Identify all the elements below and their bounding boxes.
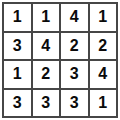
number-grid-board: 1141342212343331 <box>2 2 118 118</box>
cell-r2c3: 2 <box>61 33 88 60</box>
cell-r2c4: 2 <box>90 33 117 60</box>
cell-r1c1: 1 <box>4 4 31 31</box>
cell-r3c2: 2 <box>33 61 60 88</box>
cell-r1c3: 4 <box>61 4 88 31</box>
puzzle-screen: 1141342212343331 <box>0 0 120 120</box>
cell-r1c2: 1 <box>33 4 60 31</box>
cell-r2c1: 3 <box>4 33 31 60</box>
cell-r4c4: 1 <box>90 90 117 117</box>
cell-r1c4: 1 <box>90 4 117 31</box>
cell-r2c2: 4 <box>33 33 60 60</box>
cell-r3c3: 3 <box>61 61 88 88</box>
cell-r4c1: 3 <box>4 90 31 117</box>
cell-r4c3: 3 <box>61 90 88 117</box>
cell-r3c4: 4 <box>90 61 117 88</box>
cell-r3c1: 1 <box>4 61 31 88</box>
cell-r4c2: 3 <box>33 90 60 117</box>
